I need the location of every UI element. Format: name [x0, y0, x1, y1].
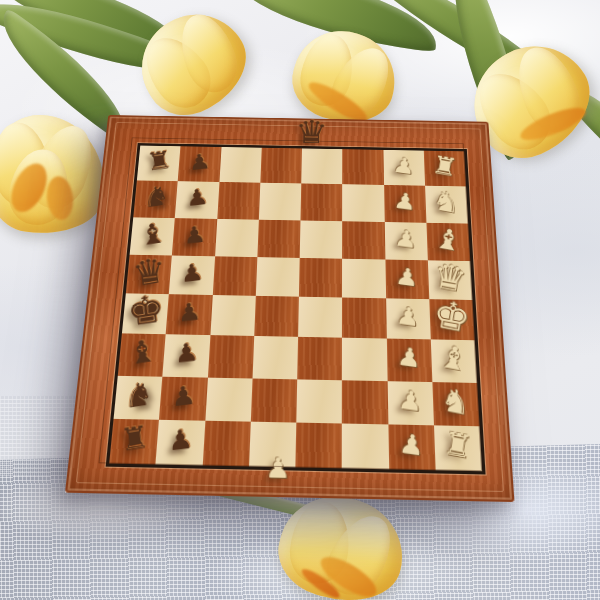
black-pawn-a7[interactable]: ♟ [178, 142, 222, 181]
black-knight-g8[interactable]: ♞ [114, 370, 164, 420]
square-a6[interactable] [219, 147, 262, 183]
square-g4[interactable] [296, 379, 342, 423]
square-c4[interactable] [300, 220, 343, 258]
extra-black-queen-on-frame[interactable]: ♛ [290, 114, 333, 151]
black-pawn-h7[interactable]: ♟ [156, 415, 205, 465]
black-pawn-d7[interactable]: ♟ [170, 251, 216, 294]
white-pawn-h2[interactable]: ♟ [386, 418, 437, 469]
square-f5[interactable] [252, 336, 298, 379]
square-h8[interactable]: ♜ [109, 419, 159, 465]
board-frame: ♜♟♟♜♞♟♟♞♝♟♟♝♛♟♟♛♚♟♟♚♝♟♟♝♞♟♟♞♜♟♟♜ ♛ ♟ [65, 115, 515, 502]
white-pawn-c2[interactable]: ♟ [382, 217, 429, 260]
square-h1[interactable]: ♜ [434, 425, 482, 471]
black-bishop-c8[interactable]: ♝ [130, 212, 176, 255]
square-h3[interactable] [342, 423, 389, 469]
black-king-e8[interactable]: ♚ [122, 288, 170, 334]
black-knight-b8[interactable]: ♞ [133, 176, 179, 218]
black-pawn-g7[interactable]: ♟ [160, 372, 208, 420]
black-pawn-f7[interactable]: ♟ [163, 330, 210, 376]
square-g5[interactable] [251, 378, 298, 422]
square-a3[interactable] [342, 149, 383, 185]
square-g7[interactable]: ♟ [159, 376, 207, 420]
white-pawn-d2[interactable]: ♟ [383, 254, 430, 298]
square-d4[interactable] [299, 258, 342, 298]
square-b6[interactable] [217, 182, 260, 219]
square-b4[interactable] [300, 184, 342, 221]
chess-board: ♜♟♟♜♞♟♟♞♝♟♟♝♛♟♟♛♚♟♟♚♝♟♟♝♞♟♟♞♜♟♟♜ ♛ ♟ [65, 115, 515, 502]
square-b5[interactable] [259, 183, 302, 220]
black-pawn-c7[interactable]: ♟ [173, 214, 218, 255]
photo-scene: ♜♟♟♜♞♟♟♞♝♟♟♝♛♟♟♛♚♟♟♚♝♟♟♝♞♟♟♞♜♟♟♜ ♛ ♟ [0, 0, 600, 600]
square-a5[interactable] [260, 148, 302, 184]
square-e6[interactable] [210, 295, 256, 336]
square-h6[interactable] [202, 420, 250, 466]
black-rook-a8[interactable]: ♜ [137, 141, 182, 181]
black-rook-h8[interactable]: ♜ [110, 413, 160, 464]
black-pawn-b7[interactable]: ♟ [175, 177, 219, 217]
square-b3[interactable] [342, 184, 384, 221]
board-squares: ♜♟♟♜♞♟♟♞♝♟♟♝♛♟♟♛♚♟♟♚♝♟♟♝♞♟♟♞♜♟♟♜ [106, 143, 486, 474]
square-b7[interactable]: ♟ [175, 181, 219, 218]
white-pawn-e2[interactable]: ♟ [384, 293, 432, 339]
square-c3[interactable] [342, 221, 385, 259]
square-h7[interactable]: ♟ [156, 420, 205, 466]
square-e4[interactable] [298, 297, 342, 338]
square-e5[interactable] [254, 296, 299, 337]
square-d6[interactable] [212, 256, 257, 296]
square-f4[interactable] [297, 337, 342, 380]
black-pawn-e7[interactable]: ♟ [166, 290, 213, 334]
extra-white-pawn-on-frame[interactable]: ♟ [252, 443, 303, 493]
square-d3[interactable] [342, 258, 385, 298]
square-g3[interactable] [342, 380, 388, 424]
square-c5[interactable] [257, 219, 300, 257]
white-pawn-g2[interactable]: ♟ [385, 375, 435, 424]
square-f7[interactable]: ♟ [163, 334, 210, 377]
square-f6[interactable] [207, 335, 254, 378]
square-f3[interactable] [342, 338, 387, 381]
white-pawn-f2[interactable]: ♟ [384, 333, 433, 381]
white-rook-h1[interactable]: ♜ [431, 418, 483, 471]
square-c7[interactable]: ♟ [172, 218, 217, 256]
square-g6[interactable] [205, 377, 252, 421]
square-h2[interactable]: ♟ [388, 424, 436, 470]
square-c6[interactable] [215, 218, 259, 256]
square-e3[interactable] [342, 298, 386, 339]
white-pawn-b2[interactable]: ♟ [382, 181, 428, 222]
square-d5[interactable] [256, 257, 300, 297]
black-bishop-f8[interactable]: ♝ [118, 328, 167, 376]
square-a4[interactable] [301, 148, 342, 184]
